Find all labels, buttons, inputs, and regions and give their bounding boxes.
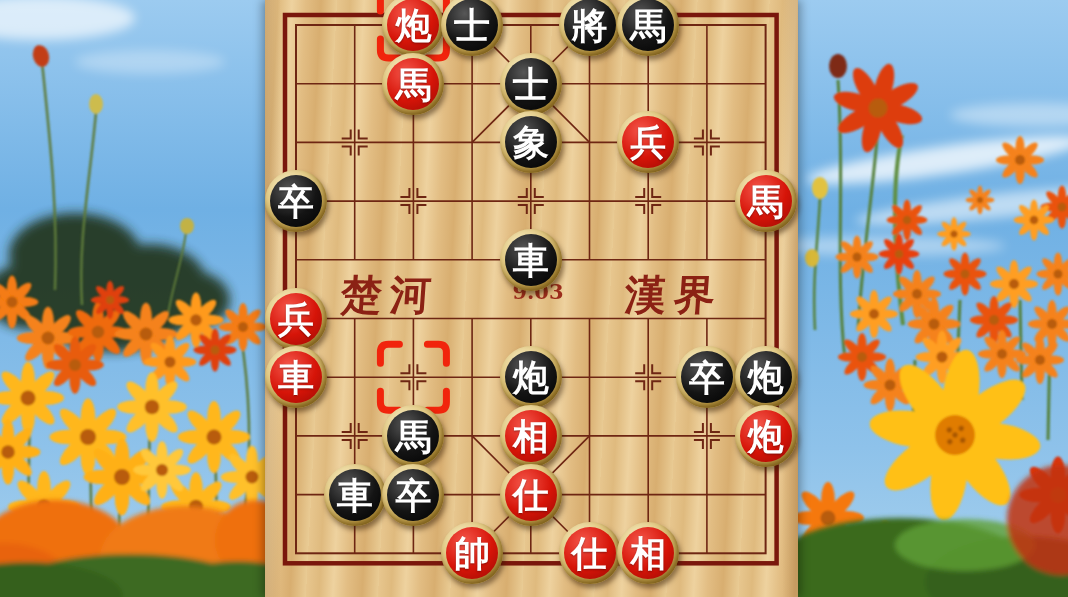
piece-glyph: 炮 xyxy=(500,346,562,408)
piece-black-advisor[interactable]: 士 xyxy=(500,53,562,115)
piece-red-advisor[interactable]: 仕 xyxy=(500,464,562,526)
piece-red-cannon[interactable]: 炮 xyxy=(382,0,444,56)
xiangqi-board: 楚河 漢界 9.03 炮士將馬馬士象兵卒馬車兵車炮卒炮馬相炮車卒仕帥仕相 xyxy=(265,0,798,597)
piece-black-soldier[interactable]: 卒 xyxy=(382,464,444,526)
piece-glyph: 馬 xyxy=(382,53,444,115)
piece-glyph: 仕 xyxy=(500,464,562,526)
piece-black-cannon[interactable]: 炮 xyxy=(735,346,797,408)
piece-glyph: 炮 xyxy=(382,0,444,56)
piece-glyph: 卒 xyxy=(265,170,327,232)
piece-glyph: 車 xyxy=(265,346,327,408)
piece-black-soldier[interactable]: 卒 xyxy=(676,346,738,408)
piece-glyph: 帥 xyxy=(441,522,503,584)
piece-red-soldier[interactable]: 兵 xyxy=(265,288,327,350)
piece-black-cannon[interactable]: 炮 xyxy=(500,346,562,408)
pieces-layer: 炮士將馬馬士象兵卒馬車兵車炮卒炮馬相炮車卒仕帥仕相 xyxy=(265,0,798,597)
piece-red-general[interactable]: 帥 xyxy=(441,522,503,584)
piece-red-horse[interactable]: 馬 xyxy=(735,170,797,232)
piece-red-cannon[interactable]: 炮 xyxy=(735,405,797,467)
piece-glyph: 炮 xyxy=(735,405,797,467)
piece-black-elephant[interactable]: 象 xyxy=(500,111,562,173)
piece-glyph: 相 xyxy=(500,405,562,467)
piece-glyph: 馬 xyxy=(617,0,679,56)
piece-glyph: 士 xyxy=(500,53,562,115)
piece-glyph: 將 xyxy=(559,0,621,56)
piece-glyph: 兵 xyxy=(265,288,327,350)
piece-black-horse[interactable]: 馬 xyxy=(617,0,679,56)
piece-red-elephant[interactable]: 相 xyxy=(617,522,679,584)
piece-glyph: 炮 xyxy=(735,346,797,408)
piece-glyph: 象 xyxy=(500,111,562,173)
piece-glyph: 卒 xyxy=(676,346,738,408)
piece-glyph: 仕 xyxy=(559,522,621,584)
piece-black-horse[interactable]: 馬 xyxy=(382,405,444,467)
piece-black-advisor[interactable]: 士 xyxy=(441,0,503,56)
piece-glyph: 車 xyxy=(324,464,386,526)
piece-red-elephant[interactable]: 相 xyxy=(500,405,562,467)
piece-glyph: 卒 xyxy=(382,464,444,526)
piece-black-chariot[interactable]: 車 xyxy=(500,229,562,291)
piece-glyph: 相 xyxy=(617,522,679,584)
screenshot-root: 楚河 漢界 9.03 炮士將馬馬士象兵卒馬車兵車炮卒炮馬相炮車卒仕帥仕相 xyxy=(0,0,1068,597)
piece-red-horse[interactable]: 馬 xyxy=(382,53,444,115)
piece-glyph: 車 xyxy=(500,229,562,291)
piece-glyph: 馬 xyxy=(735,170,797,232)
piece-black-chariot[interactable]: 車 xyxy=(324,464,386,526)
piece-black-soldier[interactable]: 卒 xyxy=(265,170,327,232)
piece-red-chariot[interactable]: 車 xyxy=(265,346,327,408)
piece-red-advisor[interactable]: 仕 xyxy=(559,522,621,584)
piece-glyph: 兵 xyxy=(617,111,679,173)
piece-glyph: 士 xyxy=(441,0,503,56)
piece-red-soldier[interactable]: 兵 xyxy=(617,111,679,173)
piece-glyph: 馬 xyxy=(382,405,444,467)
piece-black-general[interactable]: 將 xyxy=(559,0,621,56)
